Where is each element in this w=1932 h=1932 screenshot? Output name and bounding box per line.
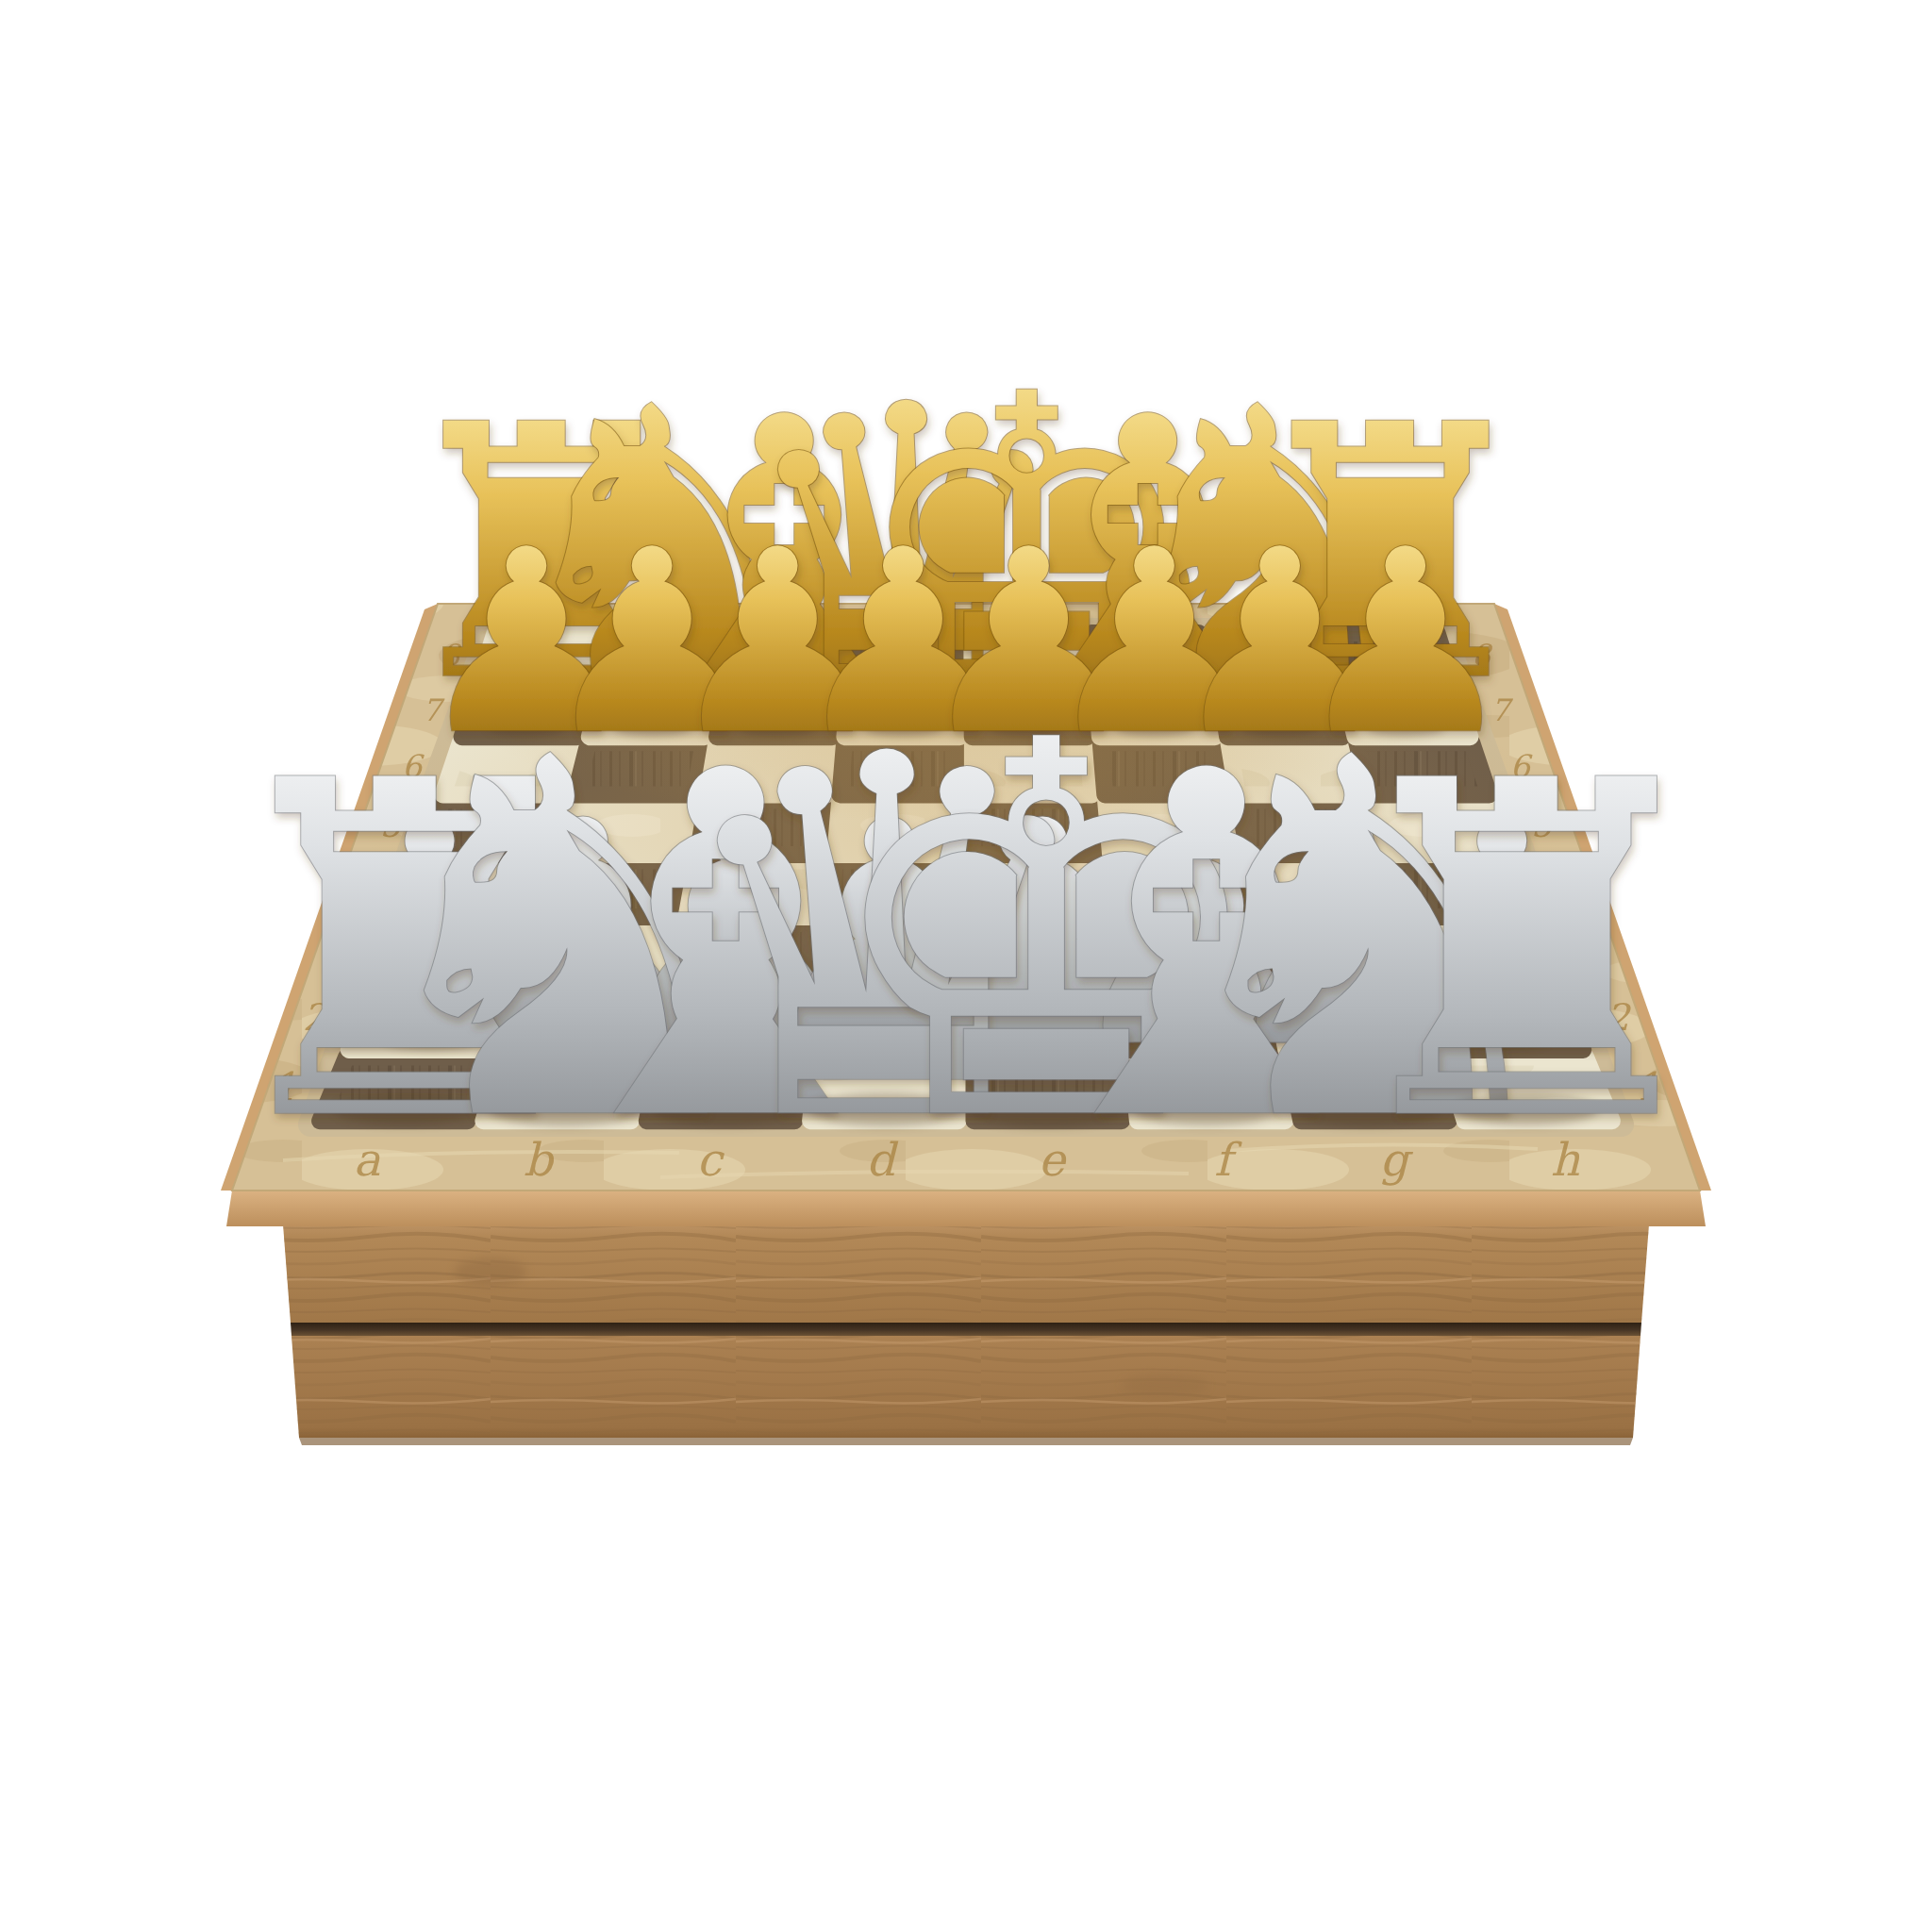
piece-silver-rook-h1[interactable]: ♜ bbox=[1320, 684, 1733, 1221]
wood-knot bbox=[1122, 1374, 1208, 1395]
box-bottom-edge bbox=[299, 1438, 1633, 1445]
wood-knot bbox=[455, 1257, 526, 1286]
chess-set-photo-canvas: abcdefgh1122334455667788♜♞♝♛♚♝♞♜♟♟♟♟♟♟♟♟… bbox=[0, 0, 1932, 1932]
box-seam bbox=[291, 1323, 1641, 1336]
chess-set-scene: abcdefgh1122334455667788♜♞♝♛♚♝♞♜♟♟♟♟♟♟♟♟… bbox=[0, 0, 1932, 1932]
box-base-grain bbox=[291, 1336, 1641, 1438]
